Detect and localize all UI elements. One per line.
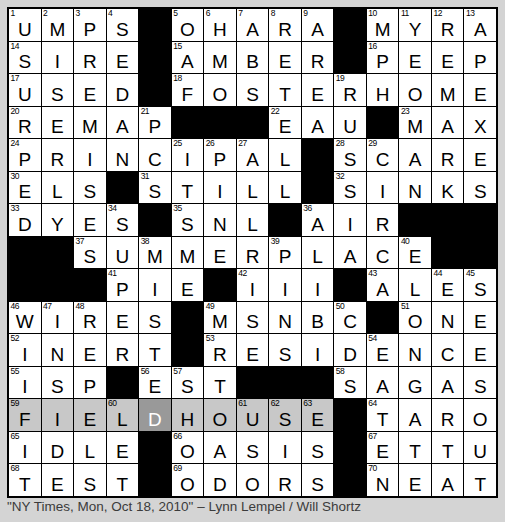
letter-r8c8: R xyxy=(246,246,260,268)
letter-r10c13: O xyxy=(408,311,423,333)
letter-r9c6: E xyxy=(181,279,194,301)
letter-r9c10: I xyxy=(315,279,320,301)
letter-r10c2: I xyxy=(55,311,60,333)
black-cell-r8c2 xyxy=(42,237,74,269)
cell-r13c6[interactable]: H xyxy=(172,399,204,431)
cell-r4c13[interactable]: 23M xyxy=(399,107,431,139)
cell-r11c14[interactable]: C xyxy=(432,334,464,366)
cell-r3c3[interactable]: E xyxy=(74,74,106,106)
cell-r9c10[interactable]: I xyxy=(302,269,334,301)
cell-r7c11[interactable]: I xyxy=(334,204,366,236)
cell-r14c9[interactable]: I xyxy=(269,432,301,464)
cell-r15c15[interactable]: T xyxy=(464,464,496,496)
cell-r3c2[interactable]: S xyxy=(42,74,74,106)
letter-r1c12: M xyxy=(375,19,391,41)
letter-r4c11: U xyxy=(343,116,357,138)
cell-r3c7[interactable]: O xyxy=(204,74,236,106)
cell-r2c7[interactable]: M xyxy=(204,42,236,74)
cell-r13c12[interactable]: 64T xyxy=(367,399,399,431)
cell-r2c12[interactable]: 16P xyxy=(367,42,399,74)
cell-r11c9[interactable]: S xyxy=(269,334,301,366)
cell-r11c10[interactable]: I xyxy=(302,334,334,366)
cell-r2c14[interactable]: E xyxy=(432,42,464,74)
cell-r11c2[interactable]: N xyxy=(42,334,74,366)
cell-r6c5[interactable]: 31S xyxy=(139,172,171,204)
cell-r10c3[interactable]: 48R xyxy=(74,302,106,334)
letter-r7c11: I xyxy=(347,214,352,236)
cell-r10c10[interactable]: B xyxy=(302,302,334,334)
black-cell-r4c7 xyxy=(204,107,236,139)
letter-r10c11: C xyxy=(343,311,357,333)
cell-r8c9[interactable]: 39P xyxy=(269,237,301,269)
cell-r12c12[interactable]: A xyxy=(367,367,399,399)
letter-r9c13: L xyxy=(410,279,421,301)
letter-r8c12: C xyxy=(376,246,390,268)
cell-r4c9[interactable]: 22E xyxy=(269,107,301,139)
letter-r15c10: S xyxy=(311,474,324,496)
cell-r14c6[interactable]: 66O xyxy=(172,432,204,464)
letter-r13c4: L xyxy=(117,409,128,431)
letter-r3c10: E xyxy=(311,84,324,106)
letter-r13c6: H xyxy=(181,409,195,431)
letter-r6c14: K xyxy=(441,181,454,203)
cell-r13c13[interactable]: A xyxy=(399,399,431,431)
cell-r2c2[interactable]: I xyxy=(42,42,74,74)
cell-r6c15[interactable]: S xyxy=(464,172,496,204)
letter-r7c10: A xyxy=(311,214,324,236)
cell-r12c13[interactable]: G xyxy=(399,367,431,399)
cell-r14c12[interactable]: 67E xyxy=(367,432,399,464)
clue-number-32: 32 xyxy=(336,172,344,181)
cell-r2c10[interactable]: R xyxy=(302,42,334,74)
letter-r3c7: O xyxy=(213,84,228,106)
letter-r3c1: U xyxy=(18,84,32,106)
letter-r9c14: E xyxy=(441,279,454,301)
cell-r13c7[interactable]: O xyxy=(204,399,236,431)
cell-r4c1[interactable]: 20R xyxy=(9,107,41,139)
cell-r6c13[interactable]: N xyxy=(399,172,431,204)
cell-r8c5[interactable]: 38M xyxy=(139,237,171,269)
cell-r10c4[interactable]: E xyxy=(107,302,139,334)
cell-r5c2[interactable]: R xyxy=(42,139,74,171)
cell-r15c1[interactable]: 68T xyxy=(9,464,41,496)
cell-r2c6[interactable]: 15A xyxy=(172,42,204,74)
letter-r3c9: T xyxy=(279,84,291,106)
letter-r2c7: M xyxy=(212,51,228,73)
letter-r7c7: N xyxy=(213,214,227,236)
clue-number-19: 19 xyxy=(336,74,344,83)
cell-r14c2[interactable]: D xyxy=(42,432,74,464)
cell-r13c9[interactable]: 62S xyxy=(269,399,301,431)
clue-number-65: 65 xyxy=(11,432,19,441)
cell-r6c11[interactable]: 32S xyxy=(334,172,366,204)
cell-r2c13[interactable]: E xyxy=(399,42,431,74)
letter-r5c2: R xyxy=(50,149,64,171)
clue-number-15: 15 xyxy=(173,42,181,51)
letter-r8c11: A xyxy=(344,246,357,268)
cell-r2c8[interactable]: B xyxy=(237,42,269,74)
cell-r15c10[interactable]: S xyxy=(302,464,334,496)
cell-r7c2[interactable]: Y xyxy=(42,204,74,236)
clue-number-69: 69 xyxy=(173,464,181,473)
cell-r3c15[interactable]: E xyxy=(464,74,496,106)
cell-r14c13[interactable]: T xyxy=(399,432,431,464)
cell-r3c11[interactable]: 19R xyxy=(334,74,366,106)
letter-r6c8: L xyxy=(247,181,258,203)
clue-number-37: 37 xyxy=(76,237,84,246)
cell-r15c8[interactable]: O xyxy=(237,464,269,496)
cell-r11c12[interactable]: 54E xyxy=(367,334,399,366)
clue-number-17: 17 xyxy=(11,74,19,83)
clue-number-58: 58 xyxy=(336,367,344,376)
letter-r1c9: R xyxy=(278,19,292,41)
letter-r8c4: U xyxy=(115,246,129,268)
cell-r12c1[interactable]: 55I xyxy=(9,367,41,399)
letter-r4c9: E xyxy=(279,116,292,138)
cell-r10c2[interactable]: 47I xyxy=(42,302,74,334)
clue-number-66: 66 xyxy=(173,432,181,441)
letter-r15c15: T xyxy=(474,474,486,496)
cell-r7c3[interactable]: E xyxy=(74,204,106,236)
black-cell-r1c11 xyxy=(334,9,366,41)
black-cell-r15c11 xyxy=(334,464,366,496)
cell-r4c2[interactable]: E xyxy=(42,107,74,139)
clue-number-1: 1 xyxy=(11,9,15,18)
letter-r7c6: S xyxy=(181,214,194,236)
clue-number-48: 48 xyxy=(76,302,84,311)
letter-r2c8: B xyxy=(246,51,259,73)
cell-r3c10[interactable]: E xyxy=(302,74,334,106)
cell-r10c15[interactable]: E xyxy=(464,302,496,334)
cell-r14c14[interactable]: T xyxy=(432,432,464,464)
letter-r8c7: E xyxy=(214,246,227,268)
clue-number-2: 2 xyxy=(43,9,47,18)
cell-r9c8[interactable]: 42I xyxy=(237,269,269,301)
black-cell-r12c10 xyxy=(302,367,334,399)
cell-r12c14[interactable]: A xyxy=(432,367,464,399)
letter-r11c14: C xyxy=(441,344,455,366)
cell-r5c5[interactable]: C xyxy=(139,139,171,171)
cell-r13c15[interactable]: O xyxy=(464,399,496,431)
cell-r9c6[interactable]: E xyxy=(172,269,204,301)
letter-r14c12: E xyxy=(376,441,389,463)
cell-r13c8[interactable]: 61U xyxy=(237,399,269,431)
cell-r15c4[interactable]: T xyxy=(107,464,139,496)
cell-r3c14[interactable]: M xyxy=(432,74,464,106)
cell-r13c2[interactable]: I xyxy=(42,399,74,431)
cell-r11c8[interactable]: E xyxy=(237,334,269,366)
cell-r13c14[interactable]: R xyxy=(432,399,464,431)
cell-r1c2[interactable]: 2M xyxy=(42,9,74,41)
letter-r10c14: N xyxy=(441,311,455,333)
clue-number-57: 57 xyxy=(173,367,181,376)
cell-r8c3[interactable]: 37S xyxy=(74,237,106,269)
cell-r6c12[interactable]: I xyxy=(367,172,399,204)
cell-r1c4[interactable]: 4S xyxy=(107,9,139,41)
cell-r2c15[interactable]: P xyxy=(464,42,496,74)
clue-number-59: 59 xyxy=(11,399,19,408)
black-cell-r7c5 xyxy=(139,204,171,236)
caption: "NY Times, Mon, Oct 18, 2010" – Lynn Lem… xyxy=(7,499,361,514)
clue-number-14: 14 xyxy=(11,42,19,51)
cell-r12c11[interactable]: 58S xyxy=(334,367,366,399)
letter-r6c2: L xyxy=(52,181,63,203)
cell-r11c4[interactable]: R xyxy=(107,334,139,366)
cell-r4c10[interactable]: A xyxy=(302,107,334,139)
cell-r12c2[interactable]: S xyxy=(42,367,74,399)
black-cell-r4c6 xyxy=(172,107,204,139)
cell-r2c9[interactable]: E xyxy=(269,42,301,74)
cell-r7c4[interactable]: 34S xyxy=(107,204,139,236)
letter-r3c2: S xyxy=(51,84,64,106)
cell-r4c3[interactable]: M xyxy=(74,107,106,139)
cell-r7c6[interactable]: 35S xyxy=(172,204,204,236)
cell-r15c12[interactable]: 70N xyxy=(367,464,399,496)
cell-r5c7[interactable]: 26P xyxy=(204,139,236,171)
cell-r7c10[interactable]: 36A xyxy=(302,204,334,236)
cell-r14c8[interactable]: S xyxy=(237,432,269,464)
clue-number-47: 47 xyxy=(43,302,51,311)
clue-number-30: 30 xyxy=(11,172,19,181)
letter-r1c15: A xyxy=(474,19,487,41)
letter-r12c15: S xyxy=(474,376,487,398)
cell-r8c4[interactable]: U xyxy=(107,237,139,269)
cell-r6c3[interactable]: S xyxy=(74,172,106,204)
cell-r14c4[interactable]: E xyxy=(107,432,139,464)
cell-r5c4[interactable]: N xyxy=(107,139,139,171)
clue-number-18: 18 xyxy=(173,74,181,83)
clue-number-12: 12 xyxy=(433,9,441,18)
cell-r6c6[interactable]: T xyxy=(172,172,204,204)
cell-r12c6[interactable]: 57S xyxy=(172,367,204,399)
cell-r10c8[interactable]: S xyxy=(237,302,269,334)
cell-r11c5[interactable]: T xyxy=(139,334,171,366)
cell-r11c3[interactable]: E xyxy=(74,334,106,366)
cell-r15c7[interactable]: D xyxy=(204,464,236,496)
cell-r5c15[interactable]: E xyxy=(464,139,496,171)
letter-r5c11: S xyxy=(344,149,357,171)
cell-r6c1[interactable]: 30E xyxy=(9,172,41,204)
cell-r15c2[interactable]: E xyxy=(42,464,74,496)
cell-r10c5[interactable]: S xyxy=(139,302,171,334)
cell-r10c13[interactable]: 51O xyxy=(399,302,431,334)
cell-r8c12[interactable]: C xyxy=(367,237,399,269)
letter-r3c14: M xyxy=(440,84,456,106)
letter-r3c4: D xyxy=(115,84,129,106)
cell-r1c8[interactable]: 7A xyxy=(237,9,269,41)
cell-r1c9[interactable]: 8R xyxy=(269,9,301,41)
letter-r14c10: S xyxy=(311,441,324,463)
cell-r13c1[interactable]: 59F xyxy=(9,399,41,431)
cell-r11c1[interactable]: 52I xyxy=(9,334,41,366)
cell-r10c7[interactable]: 49M xyxy=(204,302,236,334)
letter-r13c14: R xyxy=(441,409,455,431)
letter-r13c1: F xyxy=(19,409,31,431)
cell-r11c7[interactable]: 53R xyxy=(204,334,236,366)
clue-number-29: 29 xyxy=(368,139,376,148)
cell-r10c14[interactable]: N xyxy=(432,302,464,334)
cell-r1c14[interactable]: 12R xyxy=(432,9,464,41)
clue-number-60: 60 xyxy=(108,399,116,408)
cell-r7c12[interactable]: R xyxy=(367,204,399,236)
black-cell-r3c5 xyxy=(139,74,171,106)
cell-r7c8[interactable]: L xyxy=(237,204,269,236)
black-cell-r12c4 xyxy=(107,367,139,399)
cell-r15c14[interactable]: A xyxy=(432,464,464,496)
cell-r14c15[interactable]: U xyxy=(464,432,496,464)
cell-r15c6[interactable]: 69O xyxy=(172,464,204,496)
cell-r8c13[interactable]: 40E xyxy=(399,237,431,269)
clue-number-63: 63 xyxy=(303,399,311,408)
letter-r14c15: U xyxy=(473,441,487,463)
cell-r8c11[interactable]: A xyxy=(334,237,366,269)
cell-r5c13[interactable]: A xyxy=(399,139,431,171)
cell-r2c1[interactable]: 14S xyxy=(9,42,41,74)
cell-r13c10[interactable]: 63E xyxy=(302,399,334,431)
cell-r8c6[interactable]: M xyxy=(172,237,204,269)
cell-r1c12[interactable]: 10M xyxy=(367,9,399,41)
cell-r9c5[interactable]: I xyxy=(139,269,171,301)
cell-r3c4[interactable]: D xyxy=(107,74,139,106)
cell-r4c11[interactable]: U xyxy=(334,107,366,139)
cell-r9c14[interactable]: 44E xyxy=(432,269,464,301)
cell-r4c4[interactable]: A xyxy=(107,107,139,139)
clue-number-36: 36 xyxy=(303,204,311,213)
cell-r5c3[interactable]: I xyxy=(74,139,106,171)
cell-r14c7[interactable]: A xyxy=(204,432,236,464)
letter-r2c6: A xyxy=(181,51,194,73)
cell-r15c3[interactable]: S xyxy=(74,464,106,496)
clue-number-25: 25 xyxy=(173,139,181,148)
cell-r8c8[interactable]: R xyxy=(237,237,269,269)
clue-number-31: 31 xyxy=(141,172,149,181)
cell-r6c8[interactable]: L xyxy=(237,172,269,204)
letter-r12c7: T xyxy=(214,376,226,398)
cell-r1c10[interactable]: 9A xyxy=(302,9,334,41)
black-cell-r7c14 xyxy=(432,204,464,236)
cell-r8c10[interactable]: L xyxy=(302,237,334,269)
cell-r14c3[interactable]: L xyxy=(74,432,106,464)
letter-r8c3: S xyxy=(83,246,96,268)
clue-number-35: 35 xyxy=(173,204,181,213)
black-cell-r6c4 xyxy=(107,172,139,204)
cell-r5c9[interactable]: L xyxy=(269,139,301,171)
cell-r2c3[interactable]: R xyxy=(74,42,106,74)
letter-r10c1: W xyxy=(16,311,34,333)
letter-r8c9: P xyxy=(279,246,292,268)
letter-r4c13: M xyxy=(407,116,423,138)
cell-r4c5[interactable]: 21P xyxy=(139,107,171,139)
clue-number-7: 7 xyxy=(238,9,242,18)
letter-r4c10: A xyxy=(311,116,324,138)
cell-r8c7[interactable]: E xyxy=(204,237,236,269)
black-cell-r8c1 xyxy=(9,237,41,269)
letter-r11c5: T xyxy=(149,344,161,366)
black-cell-r4c12 xyxy=(367,107,399,139)
cell-r9c15[interactable]: 45S xyxy=(464,269,496,301)
cell-r13c4[interactable]: 60L xyxy=(107,399,139,431)
cell-r12c7[interactable]: T xyxy=(204,367,236,399)
cell-r12c5[interactable]: 56E xyxy=(139,367,171,399)
letter-r5c4: N xyxy=(115,149,129,171)
cell-r3c8[interactable]: S xyxy=(237,74,269,106)
letter-r11c2: N xyxy=(50,344,64,366)
cell-r3c12[interactable]: H xyxy=(367,74,399,106)
cell-r6c2[interactable]: L xyxy=(42,172,74,204)
cell-r4c14[interactable]: A xyxy=(432,107,464,139)
clue-number-27: 27 xyxy=(238,139,246,148)
cell-r10c1[interactable]: 46W xyxy=(9,302,41,334)
letter-r11c8: E xyxy=(246,344,259,366)
cell-r11c11[interactable]: D xyxy=(334,334,366,366)
cell-r3c13[interactable]: O xyxy=(399,74,431,106)
letter-r1c7: H xyxy=(213,19,227,41)
cell-r6c14[interactable]: K xyxy=(432,172,464,204)
letter-r1c2: M xyxy=(49,19,65,41)
cell-r11c13[interactable]: N xyxy=(399,334,431,366)
cell-r5c12[interactable]: 29C xyxy=(367,139,399,171)
cell-r2c4[interactable]: E xyxy=(107,42,139,74)
letter-r15c13: E xyxy=(409,474,422,496)
clue-number-23: 23 xyxy=(401,107,409,116)
cell-r3c6[interactable]: 18F xyxy=(172,74,204,106)
cell-r1c15[interactable]: 13A xyxy=(464,9,496,41)
cell-r3c1[interactable]: 17U xyxy=(9,74,41,106)
cell-r6c9[interactable]: L xyxy=(269,172,301,204)
cell-r13c3[interactable]: E xyxy=(74,399,106,431)
cell-r4c15[interactable]: X xyxy=(464,107,496,139)
letter-r14c2: D xyxy=(50,441,64,463)
cell-r7c7[interactable]: N xyxy=(204,204,236,236)
cell-r1c3[interactable]: 3P xyxy=(74,9,106,41)
cell-r15c13[interactable]: E xyxy=(399,464,431,496)
cell-r1c13[interactable]: 11Y xyxy=(399,9,431,41)
cell-r1c7[interactable]: 6H xyxy=(204,9,236,41)
letter-r15c4: T xyxy=(117,474,129,496)
cell-r11c15[interactable]: E xyxy=(464,334,496,366)
cell-r9c13[interactable]: L xyxy=(399,269,431,301)
cell-r10c11[interactable]: 50C xyxy=(334,302,366,334)
cell-r1c1[interactable]: 1U xyxy=(9,9,41,41)
letter-r1c8: A xyxy=(246,19,259,41)
cell-r6c7[interactable]: I xyxy=(204,172,236,204)
cell-r5c8[interactable]: 27A xyxy=(237,139,269,171)
letter-r11c15: E xyxy=(474,344,487,366)
clue-number-53: 53 xyxy=(206,334,214,343)
cell-r15c9[interactable]: R xyxy=(269,464,301,496)
cell-r3c9[interactable]: T xyxy=(269,74,301,106)
cell-r13c5[interactable]: D xyxy=(139,399,171,431)
letter-r6c13: N xyxy=(408,181,422,203)
cell-r5c14[interactable]: R xyxy=(432,139,464,171)
cell-r7c1[interactable]: 33D xyxy=(9,204,41,236)
cell-r14c10[interactable]: S xyxy=(302,432,334,464)
cell-r1c6[interactable]: 5O xyxy=(172,9,204,41)
letter-r10c15: E xyxy=(474,311,487,333)
cell-r5c1[interactable]: 24P xyxy=(9,139,41,171)
black-cell-r6c10 xyxy=(302,172,334,204)
cell-r12c3[interactable]: P xyxy=(74,367,106,399)
cell-r12c15[interactable]: S xyxy=(464,367,496,399)
cell-r9c9[interactable]: I xyxy=(269,269,301,301)
cell-r9c12[interactable]: 43A xyxy=(367,269,399,301)
letter-r14c8: S xyxy=(246,441,259,463)
cell-r9c4[interactable]: 41P xyxy=(107,269,139,301)
cell-r14c1[interactable]: 65I xyxy=(9,432,41,464)
cell-r5c6[interactable]: 25I xyxy=(172,139,204,171)
cell-r10c9[interactable]: N xyxy=(269,302,301,334)
cell-r5c11[interactable]: 28S xyxy=(334,139,366,171)
